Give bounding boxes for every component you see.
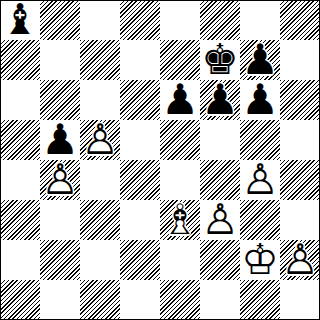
- square-e2[interactable]: [160, 240, 200, 280]
- square-c5[interactable]: ♟♙: [80, 120, 120, 160]
- square-d1[interactable]: [120, 280, 160, 320]
- square-f1[interactable]: [200, 280, 240, 320]
- white-pawn: ♙: [40, 160, 80, 200]
- white-pawn: ♙: [80, 120, 120, 160]
- square-g2[interactable]: ♚♔: [240, 240, 280, 280]
- square-d2[interactable]: [120, 240, 160, 280]
- square-c1[interactable]: [80, 280, 120, 320]
- square-g1[interactable]: [240, 280, 280, 320]
- square-e8[interactable]: [160, 0, 200, 40]
- square-b4[interactable]: ♟♙: [40, 160, 80, 200]
- square-a2[interactable]: [0, 240, 40, 280]
- square-h5[interactable]: [280, 120, 320, 160]
- square-e6[interactable]: ♟♟: [160, 80, 200, 120]
- white-bishop: ♗: [160, 200, 200, 240]
- square-e4[interactable]: [160, 160, 200, 200]
- white-king: ♔: [240, 240, 280, 280]
- square-f2[interactable]: [200, 240, 240, 280]
- square-g6[interactable]: ♟♟: [240, 80, 280, 120]
- black-bishop: ♝: [0, 0, 40, 40]
- square-b7[interactable]: [40, 40, 80, 80]
- square-c6[interactable]: [80, 80, 120, 120]
- square-f8[interactable]: [200, 0, 240, 40]
- square-a1[interactable]: [0, 280, 40, 320]
- square-h1[interactable]: [280, 280, 320, 320]
- square-g3[interactable]: [240, 200, 280, 240]
- square-c4[interactable]: [80, 160, 120, 200]
- square-b3[interactable]: [40, 200, 80, 240]
- square-c7[interactable]: [80, 40, 120, 80]
- square-b5[interactable]: ♟♟: [40, 120, 80, 160]
- square-c2[interactable]: [80, 240, 120, 280]
- square-a7[interactable]: [0, 40, 40, 80]
- black-pawn: ♟: [200, 80, 240, 120]
- square-f3[interactable]: ♟♙: [200, 200, 240, 240]
- square-b6[interactable]: [40, 80, 80, 120]
- square-c8[interactable]: [80, 0, 120, 40]
- square-b1[interactable]: [40, 280, 80, 320]
- square-h7[interactable]: [280, 40, 320, 80]
- square-c3[interactable]: [80, 200, 120, 240]
- square-f4[interactable]: [200, 160, 240, 200]
- square-g4[interactable]: ♟♙: [240, 160, 280, 200]
- square-h8[interactable]: [280, 0, 320, 40]
- square-e1[interactable]: [160, 280, 200, 320]
- square-a3[interactable]: [0, 200, 40, 240]
- black-pawn: ♟: [240, 80, 280, 120]
- square-d4[interactable]: [120, 160, 160, 200]
- square-h2[interactable]: ♟♙: [280, 240, 320, 280]
- square-a8[interactable]: ♝♝: [0, 0, 40, 40]
- square-h3[interactable]: [280, 200, 320, 240]
- square-f7[interactable]: ♚♚: [200, 40, 240, 80]
- square-h6[interactable]: [280, 80, 320, 120]
- square-a6[interactable]: [0, 80, 40, 120]
- chess-board: ♝♝♚♚♟♟♟♟♟♟♟♟♟♟♟♙♟♙♟♙♝♗♟♙♚♔♟♙: [0, 0, 320, 320]
- white-pawn: ♙: [200, 200, 240, 240]
- black-pawn: ♟: [240, 40, 280, 80]
- black-pawn: ♟: [40, 120, 80, 160]
- square-d8[interactable]: [120, 0, 160, 40]
- white-pawn: ♙: [280, 240, 320, 280]
- square-d6[interactable]: [120, 80, 160, 120]
- square-f6[interactable]: ♟♟: [200, 80, 240, 120]
- square-e3[interactable]: ♝♗: [160, 200, 200, 240]
- square-d3[interactable]: [120, 200, 160, 240]
- square-b8[interactable]: [40, 0, 80, 40]
- square-a4[interactable]: [0, 160, 40, 200]
- white-pawn: ♙: [240, 160, 280, 200]
- square-e5[interactable]: [160, 120, 200, 160]
- square-g5[interactable]: [240, 120, 280, 160]
- square-g7[interactable]: ♟♟: [240, 40, 280, 80]
- black-pawn: ♟: [160, 80, 200, 120]
- square-a5[interactable]: [0, 120, 40, 160]
- square-e7[interactable]: [160, 40, 200, 80]
- square-h4[interactable]: [280, 160, 320, 200]
- square-d5[interactable]: [120, 120, 160, 160]
- square-d7[interactable]: [120, 40, 160, 80]
- square-b2[interactable]: [40, 240, 80, 280]
- black-king: ♚: [200, 40, 240, 80]
- square-g8[interactable]: [240, 0, 280, 40]
- square-f5[interactable]: [200, 120, 240, 160]
